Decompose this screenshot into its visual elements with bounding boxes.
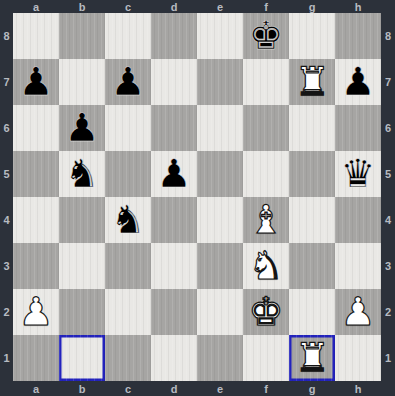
white-king[interactable]: ♚ (249, 289, 284, 335)
square-f1[interactable] (243, 335, 289, 381)
square-c8[interactable] (105, 13, 151, 59)
white-pawn[interactable]: ♟ (19, 289, 54, 335)
rank-label-left-4: 4 (0, 197, 13, 243)
rank-label-left-6: 6 (0, 105, 13, 151)
file-label-bottom-e: e (197, 381, 243, 396)
square-e8[interactable] (197, 13, 243, 59)
square-h6[interactable] (335, 105, 381, 151)
file-label-top-g: g (289, 0, 335, 13)
square-h3[interactable] (335, 243, 381, 289)
white-pawn[interactable]: ♟ (341, 289, 376, 335)
square-c6[interactable] (105, 105, 151, 151)
rank-label-right-7: 7 (381, 59, 395, 105)
square-g8[interactable] (289, 13, 335, 59)
square-h8[interactable] (335, 13, 381, 59)
square-b5[interactable]: ♞ (59, 151, 105, 197)
square-b3[interactable] (59, 243, 105, 289)
square-c1[interactable] (105, 335, 151, 381)
square-c7[interactable]: ♟ (105, 59, 151, 105)
square-e2[interactable] (197, 289, 243, 335)
square-g4[interactable] (289, 197, 335, 243)
square-d4[interactable] (151, 197, 197, 243)
file-label-bottom-b: b (59, 381, 105, 396)
file-label-bottom-d: d (151, 381, 197, 396)
square-h2[interactable]: ♟ (335, 289, 381, 335)
rank-label-left-7: 7 (0, 59, 13, 105)
file-label-bottom-a: a (13, 381, 59, 396)
black-queen[interactable]: ♛ (341, 151, 376, 197)
square-g2[interactable] (289, 289, 335, 335)
rank-label-right-1: 1 (381, 335, 395, 381)
square-f2[interactable]: ♚ (243, 289, 289, 335)
square-h7[interactable]: ♟ (335, 59, 381, 105)
file-labels-top: abcdefgh (13, 0, 381, 13)
square-a7[interactable]: ♟ (13, 59, 59, 105)
file-label-top-h: h (335, 0, 381, 13)
square-b1[interactable] (59, 335, 105, 381)
file-labels-bottom: abcdefgh (13, 381, 381, 396)
square-d8[interactable] (151, 13, 197, 59)
black-king[interactable]: ♚ (249, 13, 284, 59)
file-label-top-c: c (105, 0, 151, 13)
white-knight[interactable]: ♞ (249, 243, 284, 289)
file-label-top-e: e (197, 0, 243, 13)
square-b2[interactable] (59, 289, 105, 335)
square-h4[interactable] (335, 197, 381, 243)
square-h5[interactable]: ♛ (335, 151, 381, 197)
rank-labels-left: 87654321 (0, 13, 13, 381)
file-label-top-a: a (13, 0, 59, 13)
square-c4[interactable]: ♞ (105, 197, 151, 243)
white-bishop[interactable]: ♝ (249, 197, 284, 243)
square-a1[interactable] (13, 335, 59, 381)
square-h1[interactable] (335, 335, 381, 381)
square-d5[interactable]: ♟ (151, 151, 197, 197)
square-d1[interactable] (151, 335, 197, 381)
square-b6[interactable]: ♟ (59, 105, 105, 151)
square-e5[interactable] (197, 151, 243, 197)
file-label-top-d: d (151, 0, 197, 13)
black-pawn[interactable]: ♟ (19, 59, 54, 105)
square-a8[interactable] (13, 13, 59, 59)
square-d3[interactable] (151, 243, 197, 289)
square-e6[interactable] (197, 105, 243, 151)
rank-label-right-3: 3 (381, 243, 395, 289)
file-label-bottom-h: h (335, 381, 381, 396)
square-f5[interactable] (243, 151, 289, 197)
square-c5[interactable] (105, 151, 151, 197)
square-d7[interactable] (151, 59, 197, 105)
rank-label-right-4: 4 (381, 197, 395, 243)
black-knight[interactable]: ♞ (111, 197, 146, 243)
square-c3[interactable] (105, 243, 151, 289)
rank-label-left-2: 2 (0, 289, 13, 335)
square-d2[interactable] (151, 289, 197, 335)
square-d6[interactable] (151, 105, 197, 151)
square-c2[interactable] (105, 289, 151, 335)
black-pawn[interactable]: ♟ (111, 59, 146, 105)
rank-label-left-5: 5 (0, 151, 13, 197)
square-g3[interactable] (289, 243, 335, 289)
chess-board: ♚♟♟♜♟♟♞♟♛♞♝♞♟♚♟♜ (13, 13, 381, 381)
square-a6[interactable] (13, 105, 59, 151)
square-e1[interactable] (197, 335, 243, 381)
black-pawn[interactable]: ♟ (341, 59, 376, 105)
rank-label-right-2: 2 (381, 289, 395, 335)
file-label-bottom-f: f (243, 381, 289, 396)
rank-label-right-5: 5 (381, 151, 395, 197)
rank-label-left-8: 8 (0, 13, 13, 59)
square-b7[interactable] (59, 59, 105, 105)
square-a5[interactable] (13, 151, 59, 197)
black-pawn[interactable]: ♟ (157, 151, 192, 197)
square-g5[interactable] (289, 151, 335, 197)
black-pawn[interactable]: ♟ (65, 105, 100, 151)
file-label-top-b: b (59, 0, 105, 13)
rank-labels-right: 87654321 (381, 13, 395, 381)
rank-label-left-1: 1 (0, 335, 13, 381)
square-a3[interactable] (13, 243, 59, 289)
file-label-bottom-g: g (289, 381, 335, 396)
square-e4[interactable] (197, 197, 243, 243)
square-e7[interactable] (197, 59, 243, 105)
square-b4[interactable] (59, 197, 105, 243)
rank-label-right-8: 8 (381, 13, 395, 59)
square-f8[interactable]: ♚ (243, 13, 289, 59)
chess-board-frame: abcdefgh abcdefgh 87654321 87654321 ♚♟♟♜… (0, 0, 395, 396)
square-e3[interactable] (197, 243, 243, 289)
square-g6[interactable] (289, 105, 335, 151)
square-a4[interactable] (13, 197, 59, 243)
file-label-top-f: f (243, 0, 289, 13)
square-g1[interactable]: ♜ (289, 335, 335, 381)
square-a2[interactable]: ♟ (13, 289, 59, 335)
square-f6[interactable] (243, 105, 289, 151)
square-f3[interactable]: ♞ (243, 243, 289, 289)
square-g7[interactable]: ♜ (289, 59, 335, 105)
rank-label-left-3: 3 (0, 243, 13, 289)
square-f7[interactable] (243, 59, 289, 105)
square-f4[interactable]: ♝ (243, 197, 289, 243)
rank-label-right-6: 6 (381, 105, 395, 151)
black-knight[interactable]: ♞ (65, 151, 100, 197)
file-label-bottom-c: c (105, 381, 151, 396)
square-b8[interactable] (59, 13, 105, 59)
white-rook[interactable]: ♜ (295, 335, 330, 381)
white-rook[interactable]: ♜ (295, 59, 330, 105)
